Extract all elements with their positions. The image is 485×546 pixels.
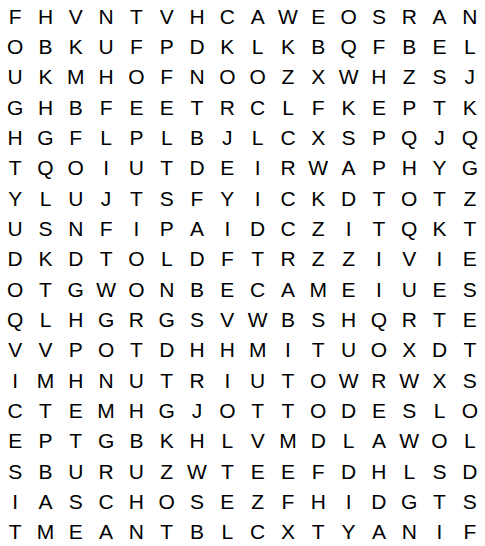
grid-cell-r7c4[interactable]: J — [91, 182, 121, 212]
grid-cell-r14c4[interactable]: M — [91, 394, 121, 424]
grid-cell-r8c5[interactable]: I — [121, 212, 151, 242]
grid-cell-r18c7[interactable]: B — [182, 516, 212, 546]
grid-cell-r18c11[interactable]: T — [303, 516, 333, 546]
grid-cell-r6c6[interactable]: T — [152, 152, 182, 182]
grid-cell-r2c13[interactable]: F — [364, 30, 394, 60]
grid-cell-r3c10[interactable]: Z — [273, 61, 303, 91]
grid-cell-r18c4[interactable]: A — [91, 516, 121, 546]
grid-cell-r18c13[interactable]: A — [364, 516, 394, 546]
grid-cell-r10c11[interactable]: M — [303, 273, 333, 303]
grid-cell-r15c6[interactable]: K — [152, 425, 182, 455]
grid-cell-r9c6[interactable]: L — [152, 243, 182, 273]
grid-cell-r7c3[interactable]: U — [61, 182, 91, 212]
grid-cell-r5c6[interactable]: L — [152, 121, 182, 151]
grid-cell-r11c10[interactable]: B — [273, 303, 303, 333]
grid-cell-r13c11[interactable]: O — [303, 364, 333, 394]
grid-cell-r2c11[interactable]: B — [303, 30, 333, 60]
grid-cell-r17c14[interactable]: G — [394, 485, 424, 515]
grid-cell-r11c7[interactable]: S — [182, 303, 212, 333]
grid-cell-r7c1[interactable]: Y — [0, 182, 30, 212]
grid-cell-r4c16[interactable]: K — [455, 91, 485, 121]
grid-cell-r12c16[interactable]: T — [455, 334, 485, 364]
grid-cell-r17c7[interactable]: S — [182, 485, 212, 515]
grid-cell-r13c3[interactable]: H — [61, 364, 91, 394]
grid-cell-r10c13[interactable]: I — [364, 273, 394, 303]
grid-cell-r18c5[interactable]: N — [121, 516, 151, 546]
grid-cell-r2c1[interactable]: O — [0, 30, 30, 60]
grid-cell-r11c11[interactable]: S — [303, 303, 333, 333]
grid-cell-r13c1[interactable]: I — [0, 364, 30, 394]
grid-cell-r5c1[interactable]: H — [0, 121, 30, 151]
grid-cell-r2c6[interactable]: P — [152, 30, 182, 60]
grid-cell-r10c4[interactable]: W — [91, 273, 121, 303]
grid-cell-r5c8[interactable]: J — [212, 121, 242, 151]
grid-cell-r4c6[interactable]: E — [152, 91, 182, 121]
grid-cell-r15c4[interactable]: G — [91, 425, 121, 455]
grid-cell-r9c4[interactable]: T — [91, 243, 121, 273]
grid-cell-r5c13[interactable]: P — [364, 121, 394, 151]
grid-cell-r14c14[interactable]: S — [394, 394, 424, 424]
grid-cell-r11c12[interactable]: H — [333, 303, 363, 333]
grid-cell-r3c4[interactable]: H — [91, 61, 121, 91]
grid-cell-r8c11[interactable]: Z — [303, 212, 333, 242]
grid-cell-r17c1[interactable]: I — [0, 485, 30, 515]
grid-cell-r15c11[interactable]: D — [303, 425, 333, 455]
grid-cell-r9c3[interactable]: D — [61, 243, 91, 273]
grid-cell-r8c4[interactable]: F — [91, 212, 121, 242]
grid-cell-r17c13[interactable]: D — [364, 485, 394, 515]
grid-cell-r16c6[interactable]: Z — [152, 455, 182, 485]
grid-cell-r5c12[interactable]: S — [333, 121, 363, 151]
grid-cell-r9c8[interactable]: F — [212, 243, 242, 273]
grid-cell-r4c8[interactable]: R — [212, 91, 242, 121]
grid-cell-r2c5[interactable]: F — [121, 30, 151, 60]
grid-cell-r4c11[interactable]: F — [303, 91, 333, 121]
grid-cell-r3c15[interactable]: S — [424, 61, 454, 91]
grid-cell-r13c8[interactable]: I — [212, 364, 242, 394]
grid-cell-r1c4[interactable]: N — [91, 0, 121, 30]
grid-cell-r3c16[interactable]: J — [455, 61, 485, 91]
grid-cell-r3c12[interactable]: W — [333, 61, 363, 91]
grid-cell-r9c14[interactable]: V — [394, 243, 424, 273]
grid-cell-r18c3[interactable]: E — [61, 516, 91, 546]
grid-cell-r2c3[interactable]: K — [61, 30, 91, 60]
grid-cell-r2c12[interactable]: Q — [333, 30, 363, 60]
grid-cell-r6c8[interactable]: E — [212, 152, 242, 182]
grid-cell-r15c1[interactable]: E — [0, 425, 30, 455]
grid-cell-r4c13[interactable]: E — [364, 91, 394, 121]
grid-cell-r10c14[interactable]: U — [394, 273, 424, 303]
grid-cell-r6c13[interactable]: P — [364, 152, 394, 182]
grid-cell-r5c16[interactable]: Q — [455, 121, 485, 151]
grid-cell-r10c2[interactable]: T — [30, 273, 60, 303]
grid-cell-r14c12[interactable]: D — [333, 394, 363, 424]
grid-cell-r15c15[interactable]: O — [424, 425, 454, 455]
grid-cell-r11c14[interactable]: R — [394, 303, 424, 333]
grid-cell-r9c10[interactable]: R — [273, 243, 303, 273]
grid-cell-r7c12[interactable]: D — [333, 182, 363, 212]
grid-cell-r16c14[interactable]: L — [394, 455, 424, 485]
grid-cell-r8c12[interactable]: I — [333, 212, 363, 242]
grid-cell-r12c10[interactable]: I — [273, 334, 303, 364]
grid-cell-r18c14[interactable]: N — [394, 516, 424, 546]
grid-cell-r12c4[interactable]: O — [91, 334, 121, 364]
grid-cell-r15c13[interactable]: A — [364, 425, 394, 455]
grid-cell-r3c9[interactable]: O — [243, 61, 273, 91]
grid-cell-r9c12[interactable]: Z — [333, 243, 363, 273]
grid-cell-r17c12[interactable]: I — [333, 485, 363, 515]
grid-cell-r8c1[interactable]: U — [0, 212, 30, 242]
grid-cell-r8c9[interactable]: D — [243, 212, 273, 242]
grid-cell-r1c10[interactable]: W — [273, 0, 303, 30]
grid-cell-r8c2[interactable]: S — [30, 212, 60, 242]
grid-cell-r13c15[interactable]: X — [424, 364, 454, 394]
grid-cell-r17c11[interactable]: H — [303, 485, 333, 515]
grid-cell-r16c5[interactable]: U — [121, 455, 151, 485]
grid-cell-r10c16[interactable]: S — [455, 273, 485, 303]
grid-cell-r16c12[interactable]: D — [333, 455, 363, 485]
grid-cell-r4c7[interactable]: T — [182, 91, 212, 121]
grid-cell-r10c10[interactable]: A — [273, 273, 303, 303]
grid-cell-r2c10[interactable]: K — [273, 30, 303, 60]
grid-cell-r1c13[interactable]: S — [364, 0, 394, 30]
grid-cell-r8c15[interactable]: K — [424, 212, 454, 242]
grid-cell-r1c3[interactable]: V — [61, 0, 91, 30]
grid-cell-r4c1[interactable]: G — [0, 91, 30, 121]
grid-cell-r13c2[interactable]: M — [30, 364, 60, 394]
grid-cell-r1c5[interactable]: T — [121, 0, 151, 30]
grid-cell-r18c9[interactable]: C — [243, 516, 273, 546]
grid-cell-r10c6[interactable]: N — [152, 273, 182, 303]
grid-cell-r11c13[interactable]: Q — [364, 303, 394, 333]
grid-cell-r12c13[interactable]: O — [364, 334, 394, 364]
grid-cell-r1c11[interactable]: E — [303, 0, 333, 30]
grid-cell-r7c16[interactable]: Z — [455, 182, 485, 212]
grid-cell-r16c13[interactable]: H — [364, 455, 394, 485]
grid-cell-r7c9[interactable]: I — [243, 182, 273, 212]
grid-cell-r13c5[interactable]: U — [121, 364, 151, 394]
grid-cell-r16c15[interactable]: S — [424, 455, 454, 485]
grid-cell-r6c9[interactable]: I — [243, 152, 273, 182]
grid-cell-r8c3[interactable]: N — [61, 212, 91, 242]
grid-cell-r4c10[interactable]: L — [273, 91, 303, 121]
grid-cell-r1c12[interactable]: O — [333, 0, 363, 30]
grid-cell-r14c11[interactable]: O — [303, 394, 333, 424]
grid-cell-r9c13[interactable]: I — [364, 243, 394, 273]
grid-cell-r14c6[interactable]: G — [152, 394, 182, 424]
grid-cell-r5c11[interactable]: X — [303, 121, 333, 151]
grid-cell-r9c9[interactable]: T — [243, 243, 273, 273]
grid-cell-r12c14[interactable]: X — [394, 334, 424, 364]
grid-cell-r11c15[interactable]: T — [424, 303, 454, 333]
word-search-page: FHVNTVHCAWEOSRANOBKUFPDKLKBQFBELUKMHOFNO… — [0, 0, 485, 546]
grid-cell-r1c1[interactable]: F — [0, 0, 30, 30]
grid-cell-r14c15[interactable]: L — [424, 394, 454, 424]
grid-cell-r10c8[interactable]: E — [212, 273, 242, 303]
grid-cell-r11c2[interactable]: L — [30, 303, 60, 333]
grid-cell-r5c10[interactable]: C — [273, 121, 303, 151]
grid-cell-r4c5[interactable]: E — [121, 91, 151, 121]
grid-cell-r3c5[interactable]: O — [121, 61, 151, 91]
grid-cell-r6c11[interactable]: W — [303, 152, 333, 182]
grid-cell-r16c3[interactable]: U — [61, 455, 91, 485]
grid-cell-r13c7[interactable]: R — [182, 364, 212, 394]
grid-cell-r5c2[interactable]: G — [30, 121, 60, 151]
grid-cell-r17c10[interactable]: F — [273, 485, 303, 515]
grid-cell-r12c5[interactable]: T — [121, 334, 151, 364]
grid-cell-r11c4[interactable]: G — [91, 303, 121, 333]
grid-cell-r6c15[interactable]: Y — [424, 152, 454, 182]
grid-cell-r7c6[interactable]: S — [152, 182, 182, 212]
grid-cell-r4c3[interactable]: B — [61, 91, 91, 121]
grid-cell-r12c11[interactable]: T — [303, 334, 333, 364]
grid-cell-r15c14[interactable]: W — [394, 425, 424, 455]
grid-cell-r14c3[interactable]: E — [61, 394, 91, 424]
grid-cell-r1c8[interactable]: C — [212, 0, 242, 30]
grid-cell-r17c15[interactable]: T — [424, 485, 454, 515]
grid-cell-r17c2[interactable]: A — [30, 485, 60, 515]
grid-cell-r7c15[interactable]: T — [424, 182, 454, 212]
grid-cell-r1c15[interactable]: A — [424, 0, 454, 30]
grid-cell-r13c16[interactable]: S — [455, 364, 485, 394]
grid-cell-r13c6[interactable]: T — [152, 364, 182, 394]
grid-cell-r1c2[interactable]: H — [30, 0, 60, 30]
grid-cell-r3c11[interactable]: X — [303, 61, 333, 91]
grid-cell-r16c8[interactable]: T — [212, 455, 242, 485]
grid-cell-r7c10[interactable]: C — [273, 182, 303, 212]
grid-cell-r3c2[interactable]: K — [30, 61, 60, 91]
grid-cell-r1c16[interactable]: N — [455, 0, 485, 30]
grid-cell-r8c13[interactable]: T — [364, 212, 394, 242]
grid-cell-r8c8[interactable]: I — [212, 212, 242, 242]
grid-cell-r6c1[interactable]: T — [0, 152, 30, 182]
grid-cell-r3c6[interactable]: F — [152, 61, 182, 91]
grid-cell-r2c15[interactable]: E — [424, 30, 454, 60]
grid-cell-r8c10[interactable]: C — [273, 212, 303, 242]
grid-cell-r14c7[interactable]: J — [182, 394, 212, 424]
grid-cell-r15c12[interactable]: L — [333, 425, 363, 455]
grid-cell-r3c8[interactable]: O — [212, 61, 242, 91]
grid-cell-r8c7[interactable]: A — [182, 212, 212, 242]
grid-cell-r15c7[interactable]: H — [182, 425, 212, 455]
grid-cell-r4c15[interactable]: T — [424, 91, 454, 121]
grid-cell-r5c9[interactable]: L — [243, 121, 273, 151]
grid-cell-r10c3[interactable]: G — [61, 273, 91, 303]
grid-cell-r6c2[interactable]: Q — [30, 152, 60, 182]
grid-cell-r3c7[interactable]: N — [182, 61, 212, 91]
grid-cell-r8c6[interactable]: P — [152, 212, 182, 242]
grid-cell-r1c9[interactable]: A — [243, 0, 273, 30]
grid-cell-r17c3[interactable]: S — [61, 485, 91, 515]
grid-cell-r7c13[interactable]: T — [364, 182, 394, 212]
grid-cell-r12c6[interactable]: D — [152, 334, 182, 364]
grid-cell-r9c11[interactable]: Z — [303, 243, 333, 273]
grid-cell-r15c3[interactable]: T — [61, 425, 91, 455]
grid-cell-r14c13[interactable]: E — [364, 394, 394, 424]
grid-cell-r9c7[interactable]: D — [182, 243, 212, 273]
grid-cell-r17c16[interactable]: S — [455, 485, 485, 515]
grid-cell-r17c9[interactable]: Z — [243, 485, 273, 515]
grid-cell-r18c2[interactable]: M — [30, 516, 60, 546]
grid-cell-r9c15[interactable]: I — [424, 243, 454, 273]
grid-cell-r14c1[interactable]: C — [0, 394, 30, 424]
grid-cell-r10c15[interactable]: E — [424, 273, 454, 303]
grid-cell-r4c9[interactable]: C — [243, 91, 273, 121]
grid-cell-r6c14[interactable]: H — [394, 152, 424, 182]
word-search-grid: FHVNTVHCAWEOSRANOBKUFPDKLKBQFBELUKMHOFNO… — [0, 0, 485, 546]
grid-cell-r4c14[interactable]: P — [394, 91, 424, 121]
grid-cell-r7c7[interactable]: F — [182, 182, 212, 212]
grid-cell-r12c1[interactable]: V — [0, 334, 30, 364]
grid-cell-r16c16[interactable]: D — [455, 455, 485, 485]
grid-cell-r11c1[interactable]: Q — [0, 303, 30, 333]
grid-cell-r10c9[interactable]: C — [243, 273, 273, 303]
grid-cell-r17c6[interactable]: O — [152, 485, 182, 515]
grid-cell-r2c14[interactable]: B — [394, 30, 424, 60]
grid-cell-r6c5[interactable]: U — [121, 152, 151, 182]
grid-cell-r7c5[interactable]: T — [121, 182, 151, 212]
grid-cell-r5c5[interactable]: P — [121, 121, 151, 151]
grid-cell-r2c8[interactable]: K — [212, 30, 242, 60]
grid-cell-r5c14[interactable]: Q — [394, 121, 424, 151]
grid-cell-r12c8[interactable]: H — [212, 334, 242, 364]
grid-cell-r10c1[interactable]: O — [0, 273, 30, 303]
grid-cell-r18c16[interactable]: F — [455, 516, 485, 546]
grid-cell-r1c7[interactable]: H — [182, 0, 212, 30]
grid-cell-r13c9[interactable]: U — [243, 364, 273, 394]
grid-cell-r4c4[interactable]: F — [91, 91, 121, 121]
grid-cell-r9c2[interactable]: K — [30, 243, 60, 273]
grid-cell-r14c2[interactable]: T — [30, 394, 60, 424]
grid-cell-r6c12[interactable]: A — [333, 152, 363, 182]
grid-cell-r6c3[interactable]: O — [61, 152, 91, 182]
grid-cell-r5c4[interactable]: L — [91, 121, 121, 151]
grid-cell-r14c10[interactable]: T — [273, 394, 303, 424]
grid-cell-r9c1[interactable]: D — [0, 243, 30, 273]
grid-cell-r8c14[interactable]: Q — [394, 212, 424, 242]
grid-cell-r11c9[interactable]: W — [243, 303, 273, 333]
grid-cell-r13c4[interactable]: N — [91, 364, 121, 394]
grid-cell-r8c16[interactable]: T — [455, 212, 485, 242]
grid-cell-r2c16[interactable]: L — [455, 30, 485, 60]
grid-cell-r15c9[interactable]: V — [243, 425, 273, 455]
grid-cell-r3c3[interactable]: M — [61, 61, 91, 91]
grid-cell-r2c2[interactable]: B — [30, 30, 60, 60]
grid-cell-r16c11[interactable]: F — [303, 455, 333, 485]
grid-cell-r18c12[interactable]: Y — [333, 516, 363, 546]
grid-cell-r7c11[interactable]: K — [303, 182, 333, 212]
grid-cell-r12c9[interactable]: M — [243, 334, 273, 364]
grid-cell-r5c7[interactable]: B — [182, 121, 212, 151]
grid-cell-r11c3[interactable]: H — [61, 303, 91, 333]
grid-cell-r2c7[interactable]: D — [182, 30, 212, 60]
grid-cell-r17c5[interactable]: H — [121, 485, 151, 515]
grid-cell-r14c9[interactable]: T — [243, 394, 273, 424]
grid-cell-r3c13[interactable]: H — [364, 61, 394, 91]
grid-cell-r4c2[interactable]: H — [30, 91, 60, 121]
grid-cell-r10c7[interactable]: B — [182, 273, 212, 303]
grid-cell-r16c4[interactable]: R — [91, 455, 121, 485]
grid-cell-r15c8[interactable]: L — [212, 425, 242, 455]
grid-cell-r14c8[interactable]: O — [212, 394, 242, 424]
grid-cell-r5c15[interactable]: J — [424, 121, 454, 151]
grid-cell-r16c9[interactable]: E — [243, 455, 273, 485]
grid-cell-r4c12[interactable]: K — [333, 91, 363, 121]
grid-cell-r15c16[interactable]: L — [455, 425, 485, 455]
grid-cell-r6c7[interactable]: D — [182, 152, 212, 182]
grid-cell-r18c1[interactable]: T — [0, 516, 30, 546]
grid-cell-r7c8[interactable]: Y — [212, 182, 242, 212]
grid-cell-r17c8[interactable]: E — [212, 485, 242, 515]
grid-cell-r11c6[interactable]: G — [152, 303, 182, 333]
grid-cell-r10c12[interactable]: E — [333, 273, 363, 303]
grid-cell-r16c7[interactable]: W — [182, 455, 212, 485]
grid-cell-r6c16[interactable]: G — [455, 152, 485, 182]
grid-cell-r11c16[interactable]: E — [455, 303, 485, 333]
grid-cell-r18c6[interactable]: T — [152, 516, 182, 546]
grid-cell-r14c16[interactable]: O — [455, 394, 485, 424]
grid-cell-r15c10[interactable]: M — [273, 425, 303, 455]
grid-cell-r18c15[interactable]: I — [424, 516, 454, 546]
grid-cell-r2c4[interactable]: U — [91, 30, 121, 60]
grid-cell-r6c4[interactable]: I — [91, 152, 121, 182]
grid-cell-r11c5[interactable]: R — [121, 303, 151, 333]
grid-cell-r14c5[interactable]: H — [121, 394, 151, 424]
grid-cell-r1c6[interactable]: V — [152, 0, 182, 30]
grid-cell-r3c1[interactable]: U — [0, 61, 30, 91]
grid-cell-r15c5[interactable]: B — [121, 425, 151, 455]
grid-cell-r13c14[interactable]: W — [394, 364, 424, 394]
grid-cell-r13c10[interactable]: T — [273, 364, 303, 394]
grid-cell-r18c8[interactable]: L — [212, 516, 242, 546]
grid-cell-r10c5[interactable]: O — [121, 273, 151, 303]
grid-cell-r1c14[interactable]: R — [394, 0, 424, 30]
grid-cell-r12c15[interactable]: D — [424, 334, 454, 364]
grid-cell-r3c14[interactable]: Z — [394, 61, 424, 91]
grid-cell-r12c2[interactable]: V — [30, 334, 60, 364]
grid-cell-r9c16[interactable]: E — [455, 243, 485, 273]
grid-cell-r13c12[interactable]: W — [333, 364, 363, 394]
grid-cell-r16c1[interactable]: S — [0, 455, 30, 485]
grid-cell-r11c8[interactable]: V — [212, 303, 242, 333]
grid-cell-r6c10[interactable]: R — [273, 152, 303, 182]
grid-cell-r7c14[interactable]: O — [394, 182, 424, 212]
grid-cell-r12c3[interactable]: P — [61, 334, 91, 364]
grid-cell-r12c7[interactable]: H — [182, 334, 212, 364]
grid-cell-r18c10[interactable]: X — [273, 516, 303, 546]
grid-cell-r9c5[interactable]: O — [121, 243, 151, 273]
grid-cell-r16c10[interactable]: E — [273, 455, 303, 485]
grid-cell-r2c9[interactable]: L — [243, 30, 273, 60]
grid-cell-r16c2[interactable]: B — [30, 455, 60, 485]
grid-cell-r13c13[interactable]: R — [364, 364, 394, 394]
grid-cell-r17c4[interactable]: C — [91, 485, 121, 515]
grid-cell-r12c12[interactable]: U — [333, 334, 363, 364]
grid-cell-r7c2[interactable]: L — [30, 182, 60, 212]
grid-cell-r5c3[interactable]: F — [61, 121, 91, 151]
grid-cell-r15c2[interactable]: P — [30, 425, 60, 455]
